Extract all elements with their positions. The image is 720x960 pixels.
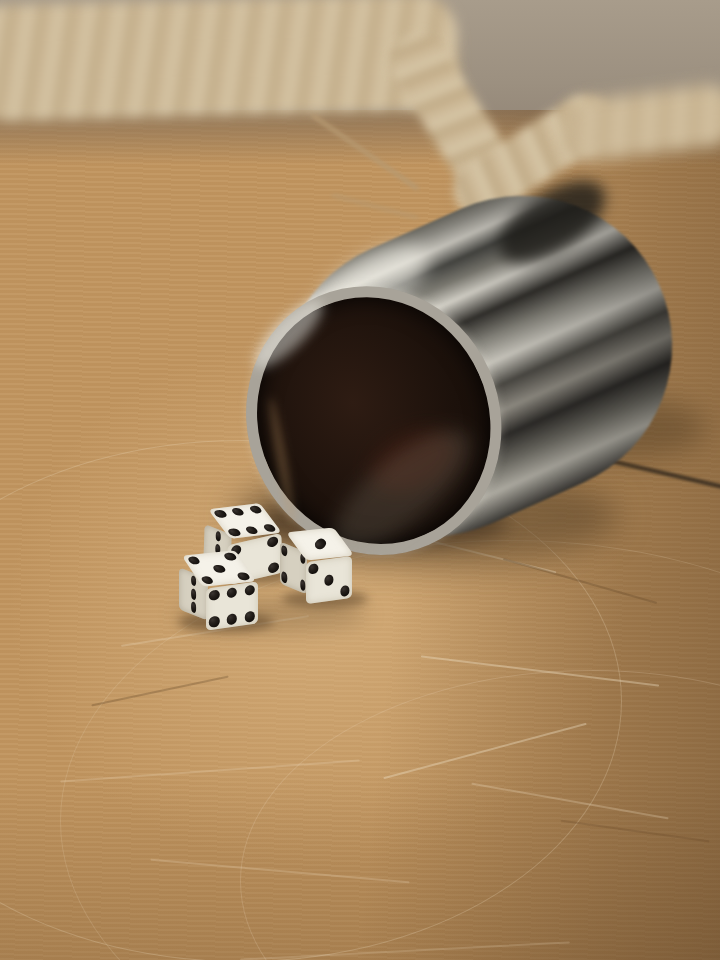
pip bbox=[212, 509, 228, 518]
pip bbox=[227, 587, 237, 599]
pip bbox=[215, 530, 221, 542]
pip bbox=[191, 601, 197, 614]
die-left bbox=[176, 549, 268, 629]
pip bbox=[282, 571, 287, 584]
pip bbox=[312, 537, 328, 550]
pip bbox=[244, 526, 260, 535]
pip bbox=[211, 564, 227, 573]
pip bbox=[236, 572, 252, 581]
pip bbox=[209, 616, 219, 628]
photo-scene bbox=[0, 0, 720, 960]
pip bbox=[209, 589, 219, 601]
pip bbox=[244, 584, 254, 596]
rim-chalk-mark bbox=[245, 291, 332, 376]
pip bbox=[247, 505, 263, 514]
pip bbox=[300, 579, 305, 592]
die-right bbox=[276, 525, 360, 605]
die-right-front-face bbox=[306, 556, 352, 604]
die-left-front-face bbox=[206, 581, 258, 630]
pip bbox=[324, 574, 333, 586]
pip bbox=[309, 563, 318, 575]
pip bbox=[191, 588, 197, 601]
pip bbox=[230, 507, 246, 516]
pip bbox=[227, 528, 243, 537]
pip bbox=[186, 556, 202, 565]
pip bbox=[227, 613, 237, 625]
pip bbox=[199, 576, 215, 585]
pip bbox=[244, 611, 254, 623]
pip bbox=[223, 552, 239, 561]
pip bbox=[340, 585, 349, 597]
pip bbox=[282, 544, 287, 557]
